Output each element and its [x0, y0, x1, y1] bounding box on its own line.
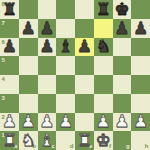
- square-h2[interactable]: ♟: [131, 113, 150, 132]
- square-h4[interactable]: [131, 75, 150, 94]
- square-e8[interactable]: [75, 0, 94, 19]
- square-e3[interactable]: [75, 94, 94, 113]
- square-b4[interactable]: [19, 75, 38, 94]
- square-b6[interactable]: [19, 38, 38, 57]
- square-f7[interactable]: [94, 19, 113, 38]
- square-a1[interactable]: 1a♜: [0, 131, 19, 150]
- square-h5[interactable]: [131, 56, 150, 75]
- square-f1[interactable]: f♚: [94, 131, 113, 150]
- square-f3[interactable]: [94, 94, 113, 113]
- square-b1[interactable]: b♞: [19, 131, 38, 150]
- white-pawn[interactable]: ♟: [0, 113, 19, 132]
- black-pawn[interactable]: ♟: [0, 38, 19, 57]
- square-g3[interactable]: [113, 94, 132, 113]
- rank-label-4: 4: [2, 76, 5, 82]
- square-e1[interactable]: e♜: [75, 131, 94, 150]
- square-d5[interactable]: [56, 56, 75, 75]
- chess-board: 8♜♜♚7♟♟♟♟6♟♟♝♟♞5432♟♟♟♟♟♟♟1a♜b♞c♝de♜f♚gh: [0, 0, 150, 150]
- square-b2[interactable]: ♟: [19, 113, 38, 132]
- black-pawn[interactable]: ♟: [113, 19, 132, 38]
- black-pawn[interactable]: ♟: [38, 19, 57, 38]
- square-d6[interactable]: ♝: [56, 38, 75, 57]
- rank-label-5: 5: [2, 57, 5, 63]
- rank-label-7: 7: [2, 20, 5, 26]
- black-knight[interactable]: ♞: [94, 38, 113, 57]
- square-g8[interactable]: ♚: [113, 0, 132, 19]
- square-d4[interactable]: [56, 75, 75, 94]
- black-pawn[interactable]: ♟: [38, 38, 57, 57]
- square-b7[interactable]: ♟: [19, 19, 38, 38]
- square-c7[interactable]: ♟: [38, 19, 57, 38]
- square-f6[interactable]: ♞: [94, 38, 113, 57]
- square-g5[interactable]: [113, 56, 132, 75]
- square-a3[interactable]: 3: [0, 94, 19, 113]
- square-h8[interactable]: [131, 0, 150, 19]
- square-f2[interactable]: ♟: [94, 113, 113, 132]
- file-label-g: g: [126, 143, 130, 149]
- white-rook[interactable]: ♜: [0, 131, 19, 150]
- square-d8[interactable]: [56, 0, 75, 19]
- black-pawn[interactable]: ♟: [131, 19, 150, 38]
- square-d7[interactable]: [56, 19, 75, 38]
- square-c6[interactable]: ♟: [38, 38, 57, 57]
- square-e6[interactable]: ♟: [75, 38, 94, 57]
- square-a7[interactable]: 7: [0, 19, 19, 38]
- black-rook[interactable]: ♜: [0, 0, 19, 19]
- white-king[interactable]: ♚: [94, 131, 113, 150]
- square-g6[interactable]: [113, 38, 132, 57]
- square-h6[interactable]: [131, 38, 150, 57]
- square-h3[interactable]: [131, 94, 150, 113]
- square-g2[interactable]: ♟: [113, 113, 132, 132]
- white-pawn[interactable]: ♟: [94, 113, 113, 132]
- square-e5[interactable]: [75, 56, 94, 75]
- square-f8[interactable]: ♜: [94, 0, 113, 19]
- square-d2[interactable]: ♟: [56, 113, 75, 132]
- square-e2[interactable]: [75, 113, 94, 132]
- white-pawn[interactable]: ♟: [113, 113, 132, 132]
- square-h7[interactable]: ♟: [131, 19, 150, 38]
- square-b5[interactable]: [19, 56, 38, 75]
- square-a5[interactable]: 5: [0, 56, 19, 75]
- square-b8[interactable]: [19, 0, 38, 19]
- square-g1[interactable]: g: [113, 131, 132, 150]
- square-c1[interactable]: c♝: [38, 131, 57, 150]
- black-pawn[interactable]: ♟: [19, 19, 38, 38]
- square-a4[interactable]: 4: [0, 75, 19, 94]
- white-pawn[interactable]: ♟: [131, 113, 150, 132]
- white-pawn[interactable]: ♟: [19, 113, 38, 132]
- square-c8[interactable]: [38, 0, 57, 19]
- white-knight[interactable]: ♞: [19, 131, 38, 150]
- rank-label-3: 3: [2, 95, 5, 101]
- square-d1[interactable]: d: [56, 131, 75, 150]
- square-f4[interactable]: [94, 75, 113, 94]
- square-e7[interactable]: [75, 19, 94, 38]
- black-rook[interactable]: ♜: [94, 0, 113, 19]
- square-e4[interactable]: [75, 75, 94, 94]
- square-c4[interactable]: [38, 75, 57, 94]
- file-label-d: d: [70, 143, 74, 149]
- square-a6[interactable]: 6♟: [0, 38, 19, 57]
- square-c2[interactable]: ♟: [38, 113, 57, 132]
- square-c5[interactable]: [38, 56, 57, 75]
- square-g4[interactable]: [113, 75, 132, 94]
- square-h1[interactable]: h: [131, 131, 150, 150]
- white-pawn[interactable]: ♟: [38, 113, 57, 132]
- white-bishop[interactable]: ♝: [38, 131, 57, 150]
- square-d3[interactable]: [56, 94, 75, 113]
- white-rook[interactable]: ♜: [75, 131, 94, 150]
- square-g7[interactable]: ♟: [113, 19, 132, 38]
- square-a8[interactable]: 8♜: [0, 0, 19, 19]
- square-f5[interactable]: [94, 56, 113, 75]
- black-pawn[interactable]: ♟: [75, 38, 94, 57]
- black-bishop[interactable]: ♝: [56, 38, 75, 57]
- file-label-h: h: [145, 143, 149, 149]
- white-pawn[interactable]: ♟: [56, 113, 75, 132]
- square-b3[interactable]: [19, 94, 38, 113]
- square-a2[interactable]: 2♟: [0, 113, 19, 132]
- square-c3[interactable]: [38, 94, 57, 113]
- black-king[interactable]: ♚: [113, 0, 132, 19]
